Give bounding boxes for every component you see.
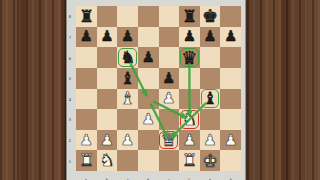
- square-e3[interactable]: [159, 109, 180, 130]
- piece-white-queen-e2[interactable]: ♛: [159, 129, 180, 150]
- square-a4[interactable]: [76, 89, 97, 110]
- file-label-e: e: [168, 177, 170, 180]
- piece-white-pawn-c2[interactable]: ♟: [117, 129, 138, 150]
- piece-black-rook-a8[interactable]: ♜: [76, 6, 97, 27]
- piece-white-pawn-b2[interactable]: ♟: [97, 129, 118, 150]
- rank-label-5: 5: [68, 77, 72, 81]
- square-h4[interactable]: [220, 89, 241, 110]
- piece-white-knight-b1[interactable]: ♞: [97, 150, 118, 171]
- square-g3[interactable]: [200, 109, 221, 130]
- rank-label-8: 8: [68, 15, 72, 19]
- piece-black-pawn-e5[interactable]: ♟: [159, 67, 180, 88]
- square-e6[interactable]: [159, 47, 180, 68]
- piece-black-pawn-c7[interactable]: ♟: [117, 26, 138, 47]
- square-b5[interactable]: [97, 68, 118, 89]
- rank-label-1: 1: [68, 159, 72, 163]
- piece-white-rook-f1[interactable]: ♜: [179, 150, 200, 171]
- square-c3[interactable]: [117, 109, 138, 130]
- square-b3[interactable]: [97, 109, 118, 130]
- piece-white-bishop-c4[interactable]: ♝: [117, 88, 138, 109]
- rank-label-2: 2: [68, 139, 72, 143]
- rank-label-4: 4: [68, 97, 72, 101]
- piece-white-pawn-e4[interactable]: ♟: [159, 88, 180, 109]
- square-a3[interactable]: [76, 109, 97, 130]
- square-d5[interactable]: [138, 68, 159, 89]
- square-b8[interactable]: [97, 6, 118, 27]
- chessboard-scene: ♜♜♚♟♟♟♟♟♟♞♟♛♝♟♝♝♟♟♞♟♟♟♛♟♟♟♜♞♜♚ abcdefgh8…: [0, 0, 320, 180]
- square-f5[interactable]: [179, 68, 200, 89]
- square-h6[interactable]: [220, 47, 241, 68]
- square-h1[interactable]: [220, 150, 241, 171]
- piece-black-rook-f8[interactable]: ♜: [179, 6, 200, 27]
- piece-black-bishop-c5[interactable]: ♝: [117, 67, 138, 88]
- rank-label-3: 3: [68, 118, 72, 122]
- piece-black-pawn-b7[interactable]: ♟: [97, 26, 118, 47]
- square-e8[interactable]: [159, 6, 180, 27]
- square-e7[interactable]: [159, 27, 180, 48]
- rank-label-7: 7: [68, 35, 72, 39]
- piece-black-pawn-g7[interactable]: ♟: [200, 26, 221, 47]
- file-label-b: b: [106, 177, 108, 180]
- piece-white-rook-a1[interactable]: ♜: [76, 150, 97, 171]
- square-h5[interactable]: [220, 68, 241, 89]
- square-d1[interactable]: [138, 150, 159, 171]
- file-label-c: c: [127, 177, 129, 180]
- square-d2[interactable]: [138, 130, 159, 151]
- piece-white-knight-f3[interactable]: ♞: [179, 109, 200, 130]
- rank-label-6: 6: [68, 56, 72, 60]
- piece-black-knight-c6[interactable]: ♞: [117, 47, 138, 68]
- square-a5[interactable]: [76, 68, 97, 89]
- piece-black-queen-f6[interactable]: ♛: [179, 47, 200, 68]
- square-g6[interactable]: [200, 47, 221, 68]
- file-label-a: a: [85, 177, 87, 180]
- file-label-d: d: [147, 177, 149, 180]
- piece-black-bishop-g4[interactable]: ♝: [200, 88, 221, 109]
- square-c1[interactable]: [117, 150, 138, 171]
- square-h3[interactable]: [220, 109, 241, 130]
- piece-white-pawn-d3[interactable]: ♟: [138, 109, 159, 130]
- piece-black-king-g8[interactable]: ♚: [200, 6, 221, 27]
- square-h8[interactable]: [220, 6, 241, 27]
- board-frame: ♜♜♚♟♟♟♟♟♟♞♟♛♝♟♝♝♟♟♞♟♟♟♛♟♟♟♜♞♜♚ abcdefgh8…: [66, 0, 246, 180]
- piece-black-pawn-f7[interactable]: ♟: [179, 26, 200, 47]
- file-label-h: h: [230, 177, 232, 180]
- piece-black-pawn-h7[interactable]: ♟: [220, 26, 241, 47]
- square-d7[interactable]: [138, 27, 159, 48]
- file-label-g: g: [209, 177, 211, 180]
- piece-white-pawn-h2[interactable]: ♟: [220, 129, 241, 150]
- piece-white-pawn-g2[interactable]: ♟: [200, 129, 221, 150]
- square-a6[interactable]: [76, 47, 97, 68]
- square-b6[interactable]: [97, 47, 118, 68]
- square-e1[interactable]: [159, 150, 180, 171]
- piece-white-king-g1[interactable]: ♚: [200, 150, 221, 171]
- square-d4[interactable]: [138, 89, 159, 110]
- piece-black-pawn-a7[interactable]: ♟: [76, 26, 97, 47]
- square-c8[interactable]: [117, 6, 138, 27]
- piece-white-pawn-a2[interactable]: ♟: [76, 129, 97, 150]
- square-b4[interactable]: [97, 89, 118, 110]
- file-label-f: f: [189, 177, 190, 180]
- square-d8[interactable]: [138, 6, 159, 27]
- piece-white-pawn-f2[interactable]: ♟: [179, 129, 200, 150]
- square-f4[interactable]: [179, 89, 200, 110]
- piece-black-pawn-d6[interactable]: ♟: [138, 47, 159, 68]
- square-g5[interactable]: [200, 68, 221, 89]
